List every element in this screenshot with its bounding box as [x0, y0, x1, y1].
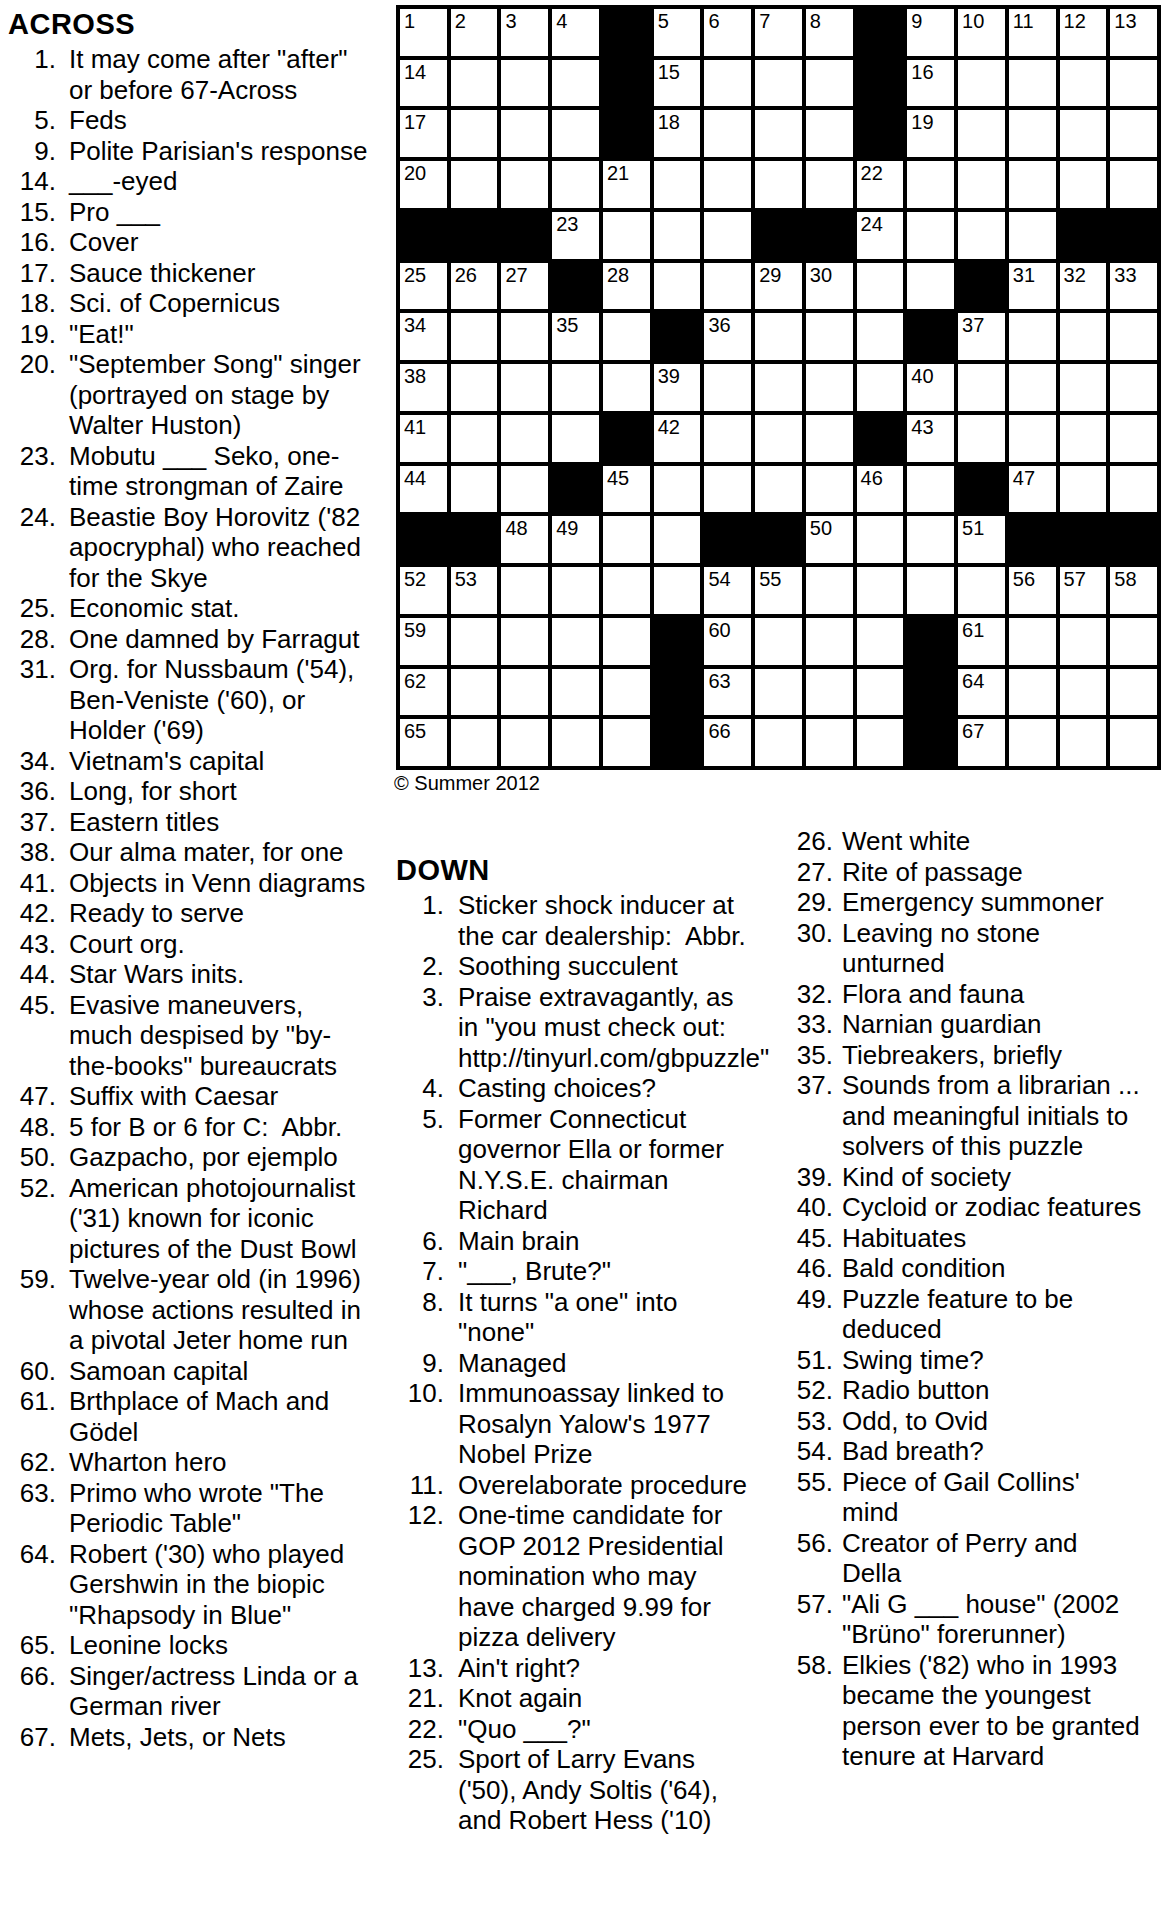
cell-r12c10[interactable] — [857, 567, 904, 614]
cell-r8c1[interactable]: 38 — [400, 364, 447, 411]
cell-r4c7[interactable] — [704, 161, 751, 208]
cell-r9c12[interactable] — [958, 415, 1005, 462]
cell-number-5: 5 — [658, 10, 669, 32]
cell-number-65: 65 — [404, 720, 426, 742]
cell-r6c7[interactable] — [704, 263, 751, 310]
clue-text: American photojournalist ('31) known for… — [69, 1173, 369, 1265]
cell-r7c8[interactable] — [755, 313, 802, 360]
clue-text: Soothing succulent — [458, 951, 758, 982]
cell-r14c1[interactable]: 62 — [400, 669, 447, 716]
cell-r15c7[interactable]: 66 — [704, 719, 751, 766]
block-r14c6 — [654, 669, 701, 716]
cell-r15c2[interactable] — [451, 719, 498, 766]
cell-r13c5[interactable] — [603, 618, 650, 665]
cell-r4c1[interactable]: 20 — [400, 161, 447, 208]
cell-r12c3[interactable] — [501, 567, 548, 614]
cell-r3c9[interactable] — [806, 110, 853, 157]
clue-down-27: 27.Rite of passage — [792, 857, 1164, 888]
cell-number-42: 42 — [658, 416, 680, 438]
cell-r11c11[interactable] — [907, 516, 954, 563]
cell-r7c3[interactable] — [501, 313, 548, 360]
cell-r7c14[interactable] — [1060, 313, 1107, 360]
clue-text: Gazpacho, por ejemplo — [69, 1142, 369, 1173]
cell-r2c2[interactable] — [451, 60, 498, 107]
cell-r7c10[interactable] — [857, 313, 904, 360]
clue-across-64: 64.Robert ('30) who played Gershwin in t… — [8, 1539, 390, 1631]
cell-r11c9[interactable]: 50 — [806, 516, 853, 563]
cell-r13c1[interactable]: 59 — [400, 618, 447, 665]
cell-r7c9[interactable] — [806, 313, 853, 360]
cell-r6c6[interactable] — [654, 263, 701, 310]
cell-r3c6[interactable]: 18 — [654, 110, 701, 157]
clue-down-21: 21.Knot again — [396, 1683, 762, 1714]
cell-r10c15[interactable] — [1110, 466, 1157, 513]
clue-down-37: 37.Sounds from a librarian ... and meani… — [792, 1070, 1164, 1162]
cell-r12c11[interactable] — [907, 567, 954, 614]
clue-across-24: 24.Beastie Boy Horovitz ('82 apocryphal)… — [8, 502, 390, 594]
cell-r9c15[interactable] — [1110, 415, 1157, 462]
clue-number: 49. — [792, 1284, 833, 1315]
cell-r12c12[interactable] — [958, 567, 1005, 614]
cell-r10c2[interactable] — [451, 466, 498, 513]
cell-r15c14[interactable] — [1060, 719, 1107, 766]
cell-r9c3[interactable] — [501, 415, 548, 462]
cell-r7c1[interactable]: 34 — [400, 313, 447, 360]
cell-r15c15[interactable] — [1110, 719, 1157, 766]
cell-r11c10[interactable] — [857, 516, 904, 563]
clue-number: 41. — [8, 868, 56, 899]
cell-number-15: 15 — [658, 61, 680, 83]
cell-r1c15[interactable]: 13 — [1110, 9, 1157, 56]
cell-r5c10[interactable]: 24 — [857, 212, 904, 259]
cell-r14c12[interactable]: 64 — [958, 669, 1005, 716]
cell-r3c12[interactable] — [958, 110, 1005, 157]
cell-r12c14[interactable]: 57 — [1060, 567, 1107, 614]
cell-r1c14[interactable]: 12 — [1060, 9, 1107, 56]
clue-text: Evasive maneuvers, much despised by "by-… — [69, 990, 369, 1082]
clue-down-10: 10.Immunoassay linked to Rosalyn Yalow's… — [396, 1378, 762, 1470]
clue-text: Our alma mater, for one — [69, 837, 369, 868]
cell-r5c5[interactable] — [603, 212, 650, 259]
block-r11c8 — [755, 516, 802, 563]
cell-r13c2[interactable] — [451, 618, 498, 665]
cell-r6c8[interactable]: 29 — [755, 263, 802, 310]
cell-r8c15[interactable] — [1110, 364, 1157, 411]
cell-r9c8[interactable] — [755, 415, 802, 462]
cell-r7c2[interactable] — [451, 313, 498, 360]
cell-r5c12[interactable] — [958, 212, 1005, 259]
clue-number: 61. — [8, 1386, 56, 1417]
cell-r8c8[interactable] — [755, 364, 802, 411]
clue-text: Suffix with Caesar — [69, 1081, 369, 1112]
cell-number-56: 56 — [1013, 568, 1035, 590]
cell-r14c15[interactable] — [1110, 669, 1157, 716]
cell-r8c11[interactable]: 40 — [907, 364, 954, 411]
cell-r4c13[interactable] — [1009, 161, 1056, 208]
cell-r8c12[interactable] — [958, 364, 1005, 411]
cell-number-54: 54 — [708, 568, 730, 590]
down-clues-column: DOWN 1.Sticker shock inducer at the car … — [396, 852, 762, 1836]
cell-r9c2[interactable] — [451, 415, 498, 462]
cell-r7c5[interactable] — [603, 313, 650, 360]
cell-r8c13[interactable] — [1009, 364, 1056, 411]
cell-r5c4[interactable]: 23 — [552, 212, 599, 259]
cell-r2c6[interactable]: 15 — [654, 60, 701, 107]
clue-across-36: 36.Long, for short — [8, 776, 390, 807]
block-r6c4 — [552, 263, 599, 310]
cell-r1c4[interactable]: 4 — [552, 9, 599, 56]
cell-r13c12[interactable]: 61 — [958, 618, 1005, 665]
clue-number: 65. — [8, 1630, 56, 1661]
clue-down-33: 33.Narnian guardian — [792, 1009, 1164, 1040]
cell-r4c15[interactable] — [1110, 161, 1157, 208]
cell-r4c12[interactable] — [958, 161, 1005, 208]
cell-r4c11[interactable] — [907, 161, 954, 208]
block-r13c11 — [907, 618, 954, 665]
cell-r14c2[interactable] — [451, 669, 498, 716]
cell-r3c11[interactable]: 19 — [907, 110, 954, 157]
cell-number-44: 44 — [404, 467, 426, 489]
clue-number: 51. — [792, 1345, 833, 1376]
cell-number-43: 43 — [911, 416, 933, 438]
cell-r8c3[interactable] — [501, 364, 548, 411]
clue-number: 17. — [8, 258, 56, 289]
clue-number: 38. — [8, 837, 56, 868]
clue-number: 21. — [396, 1683, 444, 1714]
cell-r9c1[interactable]: 41 — [400, 415, 447, 462]
cell-r1c8[interactable]: 7 — [755, 9, 802, 56]
cell-r2c1[interactable]: 14 — [400, 60, 447, 107]
cell-r3c15[interactable] — [1110, 110, 1157, 157]
clue-text: Ready to serve — [69, 898, 369, 929]
cell-r3c2[interactable] — [451, 110, 498, 157]
cell-number-12: 12 — [1064, 10, 1086, 32]
cell-r10c5[interactable]: 45 — [603, 466, 650, 513]
cell-r14c7[interactable]: 63 — [704, 669, 751, 716]
cell-r10c8[interactable] — [755, 466, 802, 513]
cell-r15c3[interactable] — [501, 719, 548, 766]
cell-r11c5[interactable] — [603, 516, 650, 563]
clue-across-16: 16.Cover — [8, 227, 390, 258]
cell-r5c7[interactable] — [704, 212, 751, 259]
clue-across-37: 37.Eastern titles — [8, 807, 390, 838]
cell-r14c9[interactable] — [806, 669, 853, 716]
cell-r13c14[interactable] — [1060, 618, 1107, 665]
cell-r12c13[interactable]: 56 — [1009, 567, 1056, 614]
cell-r4c9[interactable] — [806, 161, 853, 208]
clue-across-52: 52.American photojournalist ('31) known … — [8, 1173, 390, 1265]
clue-across-5: 5.Feds — [8, 105, 390, 136]
clue-number: 50. — [8, 1142, 56, 1173]
cell-r4c5[interactable]: 21 — [603, 161, 650, 208]
clue-down-55: 55.Piece of Gail Collins' mind — [792, 1467, 1164, 1528]
clue-number: 45. — [8, 990, 56, 1021]
cell-r1c3[interactable]: 3 — [501, 9, 548, 56]
clue-text: Court org. — [69, 929, 369, 960]
clue-text: Former Connecticut governor Ella or form… — [458, 1104, 758, 1226]
cell-r15c12[interactable]: 67 — [958, 719, 1005, 766]
cell-r3c4[interactable] — [552, 110, 599, 157]
cell-r13c7[interactable]: 60 — [704, 618, 751, 665]
cell-number-10: 10 — [962, 10, 984, 32]
block-r1c5 — [603, 9, 650, 56]
cell-r6c5[interactable]: 28 — [603, 263, 650, 310]
cell-r4c8[interactable] — [755, 161, 802, 208]
clue-down-22: 22."Quo ___?" — [396, 1714, 762, 1745]
cell-r9c13[interactable] — [1009, 415, 1056, 462]
block-r5c1 — [400, 212, 447, 259]
cell-r14c8[interactable] — [755, 669, 802, 716]
clue-text: Long, for short — [69, 776, 369, 807]
cell-r8c5[interactable] — [603, 364, 650, 411]
cell-number-11: 11 — [1013, 10, 1034, 32]
cell-r1c6[interactable]: 5 — [654, 9, 701, 56]
cell-r8c9[interactable] — [806, 364, 853, 411]
clue-across-44: 44.Star Wars inits. — [8, 959, 390, 990]
cell-r1c2[interactable]: 2 — [451, 9, 498, 56]
cell-r4c14[interactable] — [1060, 161, 1107, 208]
cell-number-63: 63 — [708, 670, 730, 692]
clue-text: Brthplace of Mach and Gödel — [69, 1386, 369, 1447]
cell-r8c7[interactable] — [704, 364, 751, 411]
clue-text: "___, Brute?" — [458, 1256, 758, 1287]
cell-r13c4[interactable] — [552, 618, 599, 665]
block-r7c11 — [907, 313, 954, 360]
cell-r2c12[interactable] — [958, 60, 1005, 107]
cell-r15c1[interactable]: 65 — [400, 719, 447, 766]
cell-r2c7[interactable] — [704, 60, 751, 107]
cell-number-24: 24 — [861, 213, 883, 235]
block-r9c10 — [857, 415, 904, 462]
cell-r10c10[interactable]: 46 — [857, 466, 904, 513]
cell-r13c3[interactable] — [501, 618, 548, 665]
cell-r6c9[interactable]: 30 — [806, 263, 853, 310]
cell-r10c14[interactable] — [1060, 466, 1107, 513]
cell-r12c7[interactable]: 54 — [704, 567, 751, 614]
cell-r12c8[interactable]: 55 — [755, 567, 802, 614]
down-clue-list-2: 26.Went white27.Rite of passage29.Emerge… — [792, 826, 1164, 1772]
cell-r10c6[interactable] — [654, 466, 701, 513]
cell-number-25: 25 — [404, 264, 426, 286]
clue-text: Flora and fauna — [842, 979, 1142, 1010]
cell-r15c13[interactable] — [1009, 719, 1056, 766]
cell-number-14: 14 — [404, 61, 426, 83]
clue-text: Leonine locks — [69, 1630, 369, 1661]
cell-r12c15[interactable]: 58 — [1110, 567, 1157, 614]
clue-text: Cycloid or zodiac features — [842, 1192, 1142, 1223]
cell-number-31: 31 — [1013, 264, 1035, 286]
cell-r10c3[interactable] — [501, 466, 548, 513]
clue-down-54: 54.Bad breath? — [792, 1436, 1164, 1467]
cell-r12c6[interactable] — [654, 567, 701, 614]
block-r5c8 — [755, 212, 802, 259]
cell-r3c14[interactable] — [1060, 110, 1107, 157]
cell-r13c10[interactable] — [857, 618, 904, 665]
cell-r10c7[interactable] — [704, 466, 751, 513]
cell-number-62: 62 — [404, 670, 426, 692]
block-r1c10 — [857, 9, 904, 56]
cell-r5c6[interactable] — [654, 212, 701, 259]
cell-r8c10[interactable] — [857, 364, 904, 411]
cell-r11c12[interactable]: 51 — [958, 516, 1005, 563]
cell-r14c10[interactable] — [857, 669, 904, 716]
clue-text: Immunoassay linked to Rosalyn Yalow's 19… — [458, 1378, 758, 1470]
cell-r5c13[interactable] — [1009, 212, 1056, 259]
block-r2c5 — [603, 60, 650, 107]
clue-number: 9. — [8, 136, 56, 167]
cell-r10c1[interactable]: 44 — [400, 466, 447, 513]
clue-text: Wharton hero — [69, 1447, 369, 1478]
clue-down-51: 51.Swing time? — [792, 1345, 1164, 1376]
cell-r15c4[interactable] — [552, 719, 599, 766]
cell-r12c2[interactable]: 53 — [451, 567, 498, 614]
cell-number-67: 67 — [962, 720, 984, 742]
cell-number-13: 13 — [1114, 10, 1136, 32]
cell-r9c6[interactable]: 42 — [654, 415, 701, 462]
cell-r13c15[interactable] — [1110, 618, 1157, 665]
cell-r6c14[interactable]: 32 — [1060, 263, 1107, 310]
clue-number: 43. — [8, 929, 56, 960]
cell-r2c15[interactable] — [1110, 60, 1157, 107]
cell-r7c12[interactable]: 37 — [958, 313, 1005, 360]
cell-r9c14[interactable] — [1060, 415, 1107, 462]
cell-r7c4[interactable]: 35 — [552, 313, 599, 360]
cell-number-38: 38 — [404, 365, 426, 387]
cell-r4c2[interactable] — [451, 161, 498, 208]
clue-number: 42. — [8, 898, 56, 929]
clue-number: 12. — [396, 1500, 444, 1531]
cell-r12c5[interactable] — [603, 567, 650, 614]
cell-r7c7[interactable]: 36 — [704, 313, 751, 360]
cell-r15c5[interactable] — [603, 719, 650, 766]
cell-r12c9[interactable] — [806, 567, 853, 614]
cell-r1c7[interactable]: 6 — [704, 9, 751, 56]
cell-r3c1[interactable]: 17 — [400, 110, 447, 157]
cell-r6c13[interactable]: 31 — [1009, 263, 1056, 310]
clue-down-12: 12.One-time candidate for GOP 2012 Presi… — [396, 1500, 762, 1653]
clue-number: 56. — [792, 1528, 833, 1559]
clue-number: 45. — [792, 1223, 833, 1254]
cell-r1c12[interactable]: 10 — [958, 9, 1005, 56]
cell-r4c6[interactable] — [654, 161, 701, 208]
cell-r2c8[interactable] — [755, 60, 802, 107]
clue-number: 1. — [8, 44, 56, 75]
cell-r4c3[interactable] — [501, 161, 548, 208]
clue-number: 48. — [8, 1112, 56, 1143]
clue-number: 52. — [792, 1375, 833, 1406]
cell-r8c2[interactable] — [451, 364, 498, 411]
clue-text: One damned by Farragut — [69, 624, 369, 655]
cell-r14c4[interactable] — [552, 669, 599, 716]
cell-r14c3[interactable] — [501, 669, 548, 716]
cell-r1c11[interactable]: 9 — [907, 9, 954, 56]
across-header: ACROSS — [8, 6, 390, 42]
clue-down-8: 8.It turns "a one" into "none" — [396, 1287, 762, 1348]
cell-r9c9[interactable] — [806, 415, 853, 462]
cell-r2c4[interactable] — [552, 60, 599, 107]
cell-r1c9[interactable]: 8 — [806, 9, 853, 56]
cell-r8c6[interactable]: 39 — [654, 364, 701, 411]
clue-across-28: 28.One damned by Farragut — [8, 624, 390, 655]
cell-r2c3[interactable] — [501, 60, 548, 107]
cell-r7c13[interactable] — [1009, 313, 1056, 360]
cell-r9c7[interactable] — [704, 415, 751, 462]
cell-r15c8[interactable] — [755, 719, 802, 766]
cell-r13c9[interactable] — [806, 618, 853, 665]
cell-r11c3[interactable]: 48 — [501, 516, 548, 563]
cell-r6c10[interactable] — [857, 263, 904, 310]
cell-r6c3[interactable]: 27 — [501, 263, 548, 310]
cell-r3c3[interactable] — [501, 110, 548, 157]
clue-down-13: 13.Ain't right? — [396, 1653, 762, 1684]
cell-r2c11[interactable]: 16 — [907, 60, 954, 107]
clue-number: 15. — [8, 197, 56, 228]
cell-r1c13[interactable]: 11 — [1009, 9, 1056, 56]
cell-r4c10[interactable]: 22 — [857, 161, 904, 208]
cell-r4c4[interactable] — [552, 161, 599, 208]
block-r9c5 — [603, 415, 650, 462]
cell-r3c8[interactable] — [755, 110, 802, 157]
cell-r13c8[interactable] — [755, 618, 802, 665]
cell-r9c4[interactable] — [552, 415, 599, 462]
down-clues-column-2: 26.Went white27.Rite of passage29.Emerge… — [792, 826, 1164, 1772]
cell-r3c7[interactable] — [704, 110, 751, 157]
cell-r2c9[interactable] — [806, 60, 853, 107]
cell-r6c11[interactable] — [907, 263, 954, 310]
cell-r12c1[interactable]: 52 — [400, 567, 447, 614]
cell-r13c13[interactable] — [1009, 618, 1056, 665]
clue-across-38: 38.Our alma mater, for one — [8, 837, 390, 868]
clue-number: 54. — [792, 1436, 833, 1467]
clue-text: Economic stat. — [69, 593, 369, 624]
clue-text: Main brain — [458, 1226, 758, 1257]
clue-number: 34. — [8, 746, 56, 777]
clue-text: Samoan capital — [69, 1356, 369, 1387]
cell-r1c1[interactable]: 1 — [400, 9, 447, 56]
clue-number: 26. — [792, 826, 833, 857]
clue-number: 36. — [8, 776, 56, 807]
cell-r15c9[interactable] — [806, 719, 853, 766]
cell-r9c11[interactable]: 43 — [907, 415, 954, 462]
clue-text: Leaving no stone unturned — [842, 918, 1142, 979]
clue-text: Polite Parisian's response — [69, 136, 369, 167]
cell-r2c13[interactable] — [1009, 60, 1056, 107]
cell-r8c4[interactable] — [552, 364, 599, 411]
cell-r5c11[interactable] — [907, 212, 954, 259]
cell-r8c14[interactable] — [1060, 364, 1107, 411]
cell-r2c14[interactable] — [1060, 60, 1107, 107]
cell-r11c4[interactable]: 49 — [552, 516, 599, 563]
cell-r14c14[interactable] — [1060, 669, 1107, 716]
clue-number: 46. — [792, 1253, 833, 1284]
cell-r3c13[interactable] — [1009, 110, 1056, 157]
cell-r6c2[interactable]: 26 — [451, 263, 498, 310]
cell-r12c4[interactable] — [552, 567, 599, 614]
cell-r15c10[interactable] — [857, 719, 904, 766]
block-r15c6 — [654, 719, 701, 766]
cell-r6c1[interactable]: 25 — [400, 263, 447, 310]
cell-r14c5[interactable] — [603, 669, 650, 716]
block-r2c10 — [857, 60, 904, 107]
cell-r14c13[interactable] — [1009, 669, 1056, 716]
cell-r6c15[interactable]: 33 — [1110, 263, 1157, 310]
cell-r10c11[interactable] — [907, 466, 954, 513]
cell-r7c15[interactable] — [1110, 313, 1157, 360]
cell-r10c13[interactable]: 47 — [1009, 466, 1056, 513]
cell-number-17: 17 — [404, 111, 426, 133]
cell-r11c6[interactable] — [654, 516, 701, 563]
cell-r10c9[interactable] — [806, 466, 853, 513]
